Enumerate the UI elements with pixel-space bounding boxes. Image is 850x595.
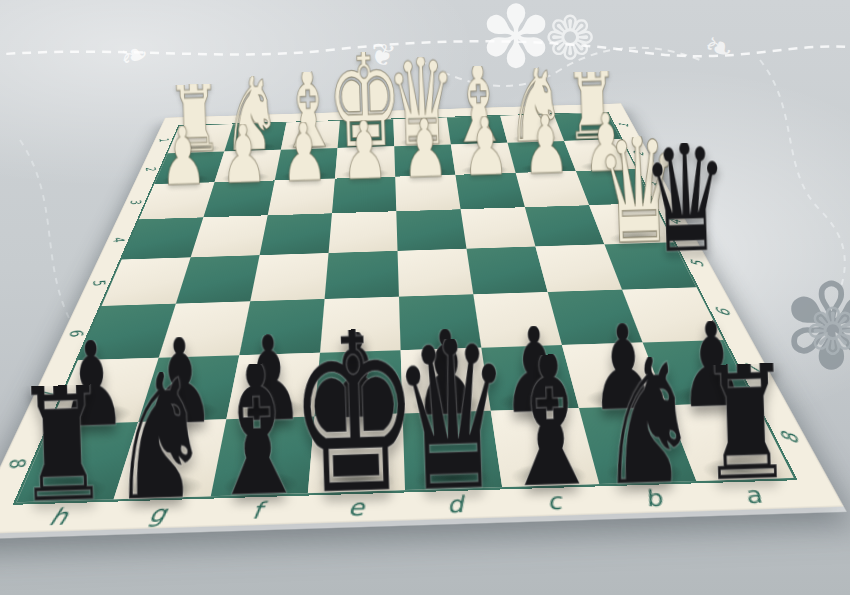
- square-c4[interactable]: [461, 207, 536, 248]
- piece-stand: ♞: [582, 355, 713, 489]
- square-g8[interactable]: ♞: [114, 419, 227, 499]
- square-f2[interactable]: ♟: [275, 148, 338, 180]
- black-knight-b8[interactable]: ♞: [594, 340, 701, 505]
- piece-stand: ♚: [270, 327, 438, 499]
- black-queen-spare-edge[interactable]: ♛: [641, 129, 732, 269]
- white-pawn-e2[interactable]: ♟: [340, 112, 389, 187]
- square-e2[interactable]: ♟: [335, 146, 395, 178]
- piece-stand: ♟: [515, 113, 575, 174]
- square-e4[interactable]: [329, 211, 398, 253]
- square-d2[interactable]: ♟: [394, 144, 455, 176]
- photo-scene: ❧ ❦ ✽ ❁ ❧ ✾ ❁ ♜♞♝♚♛♝♞♜♟♟♟♟♟♟♟♟♛♟♟♟♟♟♟♟♟♜…: [0, 0, 850, 595]
- board-rotation-wrap: ♜♞♝♚♛♝♞♜♟♟♟♟♟♟♟♟♛♟♟♟♟♟♟♟♟♜♞♝♚♛♝♞♜ hgfedc…: [0, 0, 850, 595]
- piece-stand: ♟: [455, 115, 515, 176]
- square-f3[interactable]: [268, 179, 335, 216]
- square-b2[interactable]: ♟: [508, 141, 576, 173]
- piece-stand: ♛: [630, 142, 741, 256]
- piece-stand: ♟: [213, 123, 273, 184]
- square-g4[interactable]: [191, 215, 268, 257]
- square-e8[interactable]: ♚: [308, 414, 405, 493]
- square-g2[interactable]: ♟: [214, 150, 280, 183]
- square-g5[interactable]: [176, 255, 260, 303]
- square-b8[interactable]: ♞: [579, 405, 697, 484]
- piece-stand: ♟: [334, 119, 394, 180]
- white-pawn-h2[interactable]: ♟: [158, 118, 207, 193]
- white-pawn-c2[interactable]: ♟: [461, 108, 510, 183]
- piece-stand: ♞: [93, 370, 224, 504]
- square-c3[interactable]: [455, 173, 524, 209]
- white-pawn-d2[interactable]: ♟: [400, 110, 449, 185]
- piece-stand: ♟: [274, 121, 334, 182]
- square-d4[interactable]: [396, 209, 466, 251]
- chess-board: ♜♞♝♚♛♝♞♜♟♟♟♟♟♟♟♟♛♟♟♟♟♟♟♟♟♜♞♝♚♛♝♞♜ hgfedc…: [0, 103, 844, 534]
- black-knight-g8[interactable]: ♞: [106, 355, 213, 520]
- square-c8[interactable]: ♝: [491, 408, 600, 487]
- square-d3[interactable]: [395, 175, 460, 211]
- square-c2[interactable]: ♟: [451, 143, 516, 175]
- edge-piece-slot: ♛: [636, 213, 719, 253]
- black-king-e8[interactable]: ♚: [285, 308, 421, 519]
- square-g3[interactable]: [203, 180, 274, 217]
- square-c5[interactable]: [466, 247, 547, 295]
- square-b3[interactable]: [516, 171, 590, 207]
- piece-stand: ♟: [395, 117, 455, 178]
- square-e3[interactable]: [332, 177, 396, 214]
- white-pawn-g2[interactable]: ♟: [219, 116, 268, 191]
- white-pawn-f2[interactable]: ♟: [279, 114, 328, 189]
- white-pawn-b2[interactable]: ♟: [521, 106, 570, 181]
- square-f4[interactable]: [260, 213, 332, 255]
- board-perspective-wrap: ♜♞♝♚♛♝♞♜♟♟♟♟♟♟♟♟♛♟♟♟♟♟♟♟♟♜♞♝♚♛♝♞♜ hgfedc…: [0, 103, 844, 534]
